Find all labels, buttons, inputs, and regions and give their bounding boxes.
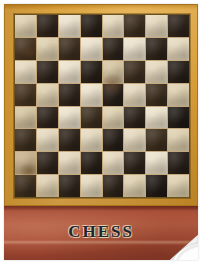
board-square-c6: [59, 61, 80, 83]
board-square-a6: [15, 61, 36, 83]
board-square-b2: [37, 152, 58, 174]
board-square-a2: [15, 152, 36, 174]
board-square-a7: [15, 38, 36, 60]
board-square-f3: [124, 129, 145, 151]
board-square-h7: [168, 38, 189, 60]
board-square-c7: [59, 38, 80, 60]
board-square-c4: [59, 107, 80, 129]
board-square-d4: [81, 107, 102, 129]
board-square-f7: [124, 38, 145, 60]
board-square-d7: [81, 38, 102, 60]
board-square-e2: [103, 152, 124, 174]
board-square-c3: [59, 129, 80, 151]
board-square-f4: [124, 107, 145, 129]
board-square-a4: [15, 107, 36, 129]
board-square-e6: [103, 61, 124, 83]
board-square-b3: [37, 129, 58, 151]
chess-poster[interactable]: CHESS: [4, 4, 198, 260]
board-square-c5: [59, 84, 80, 106]
board-square-a1: [15, 175, 36, 197]
board-square-f1: [124, 175, 145, 197]
board-square-h5: [168, 84, 189, 106]
board-square-h8: [168, 15, 189, 37]
board-square-d3: [81, 129, 102, 151]
chess-board: [14, 14, 190, 198]
board-square-h1: [168, 175, 189, 197]
board-square-e4: [103, 107, 124, 129]
board-square-h6: [168, 61, 189, 83]
board-square-c8: [59, 15, 80, 37]
board-square-g2: [146, 152, 167, 174]
board-square-h2: [168, 152, 189, 174]
board-square-g4: [146, 107, 167, 129]
board-square-a8: [15, 15, 36, 37]
board-square-c2: [59, 152, 80, 174]
board-square-f8: [124, 15, 145, 37]
board-square-e1: [103, 175, 124, 197]
board-square-b5: [37, 84, 58, 106]
board-square-d2: [81, 152, 102, 174]
board-square-a3: [15, 129, 36, 151]
board-square-b8: [37, 15, 58, 37]
board-square-g5: [146, 84, 167, 106]
board-square-d8: [81, 15, 102, 37]
board-square-c1: [59, 175, 80, 197]
board-square-h4: [168, 107, 189, 129]
page-curl-icon: [168, 232, 198, 260]
board-frame: [4, 4, 198, 206]
board-square-f5: [124, 84, 145, 106]
board-square-d1: [81, 175, 102, 197]
board-square-g6: [146, 61, 167, 83]
board-square-b1: [37, 175, 58, 197]
poster-title: CHESS: [68, 222, 134, 242]
board-square-b4: [37, 107, 58, 129]
board-square-f2: [124, 152, 145, 174]
board-square-e8: [103, 15, 124, 37]
board-square-d5: [81, 84, 102, 106]
board-square-g3: [146, 129, 167, 151]
board-square-e7: [103, 38, 124, 60]
board-square-g1: [146, 175, 167, 197]
board-square-e3: [103, 129, 124, 151]
board-square-a5: [15, 84, 36, 106]
board-square-g7: [146, 38, 167, 60]
board-square-d6: [81, 61, 102, 83]
board-square-b6: [37, 61, 58, 83]
board-square-b7: [37, 38, 58, 60]
product-page: CHESS: [0, 0, 203, 270]
board-square-e5: [103, 84, 124, 106]
board-square-g8: [146, 15, 167, 37]
board-square-h3: [168, 129, 189, 151]
board-square-f6: [124, 61, 145, 83]
